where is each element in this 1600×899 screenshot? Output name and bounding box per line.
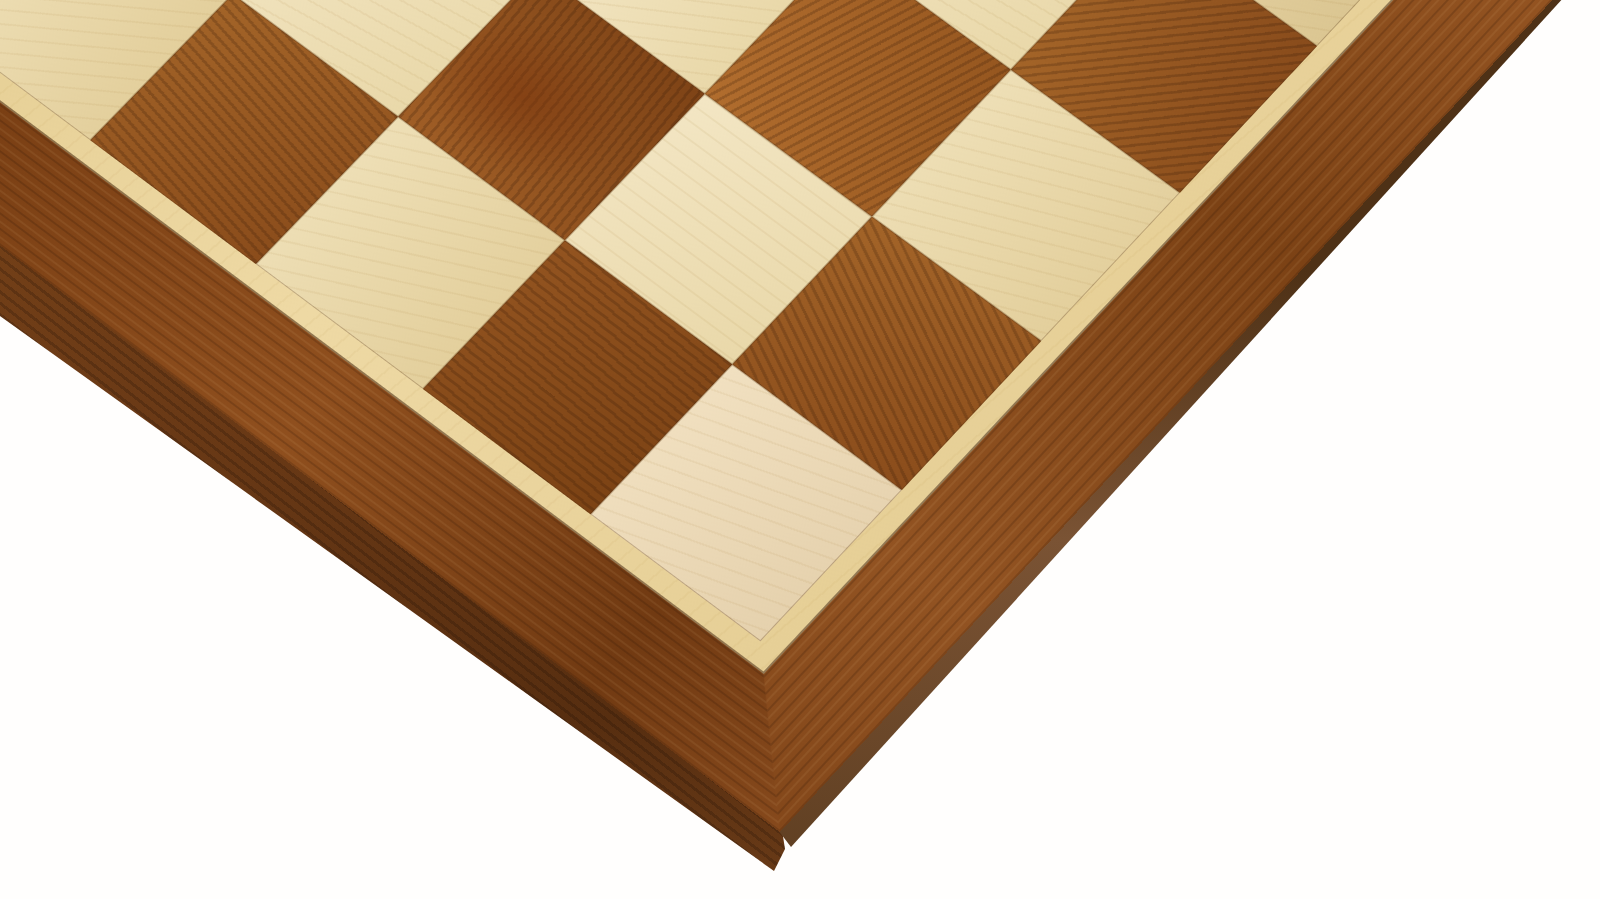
- photo-background: [0, 0, 1600, 899]
- chessboard: [0, 0, 1600, 832]
